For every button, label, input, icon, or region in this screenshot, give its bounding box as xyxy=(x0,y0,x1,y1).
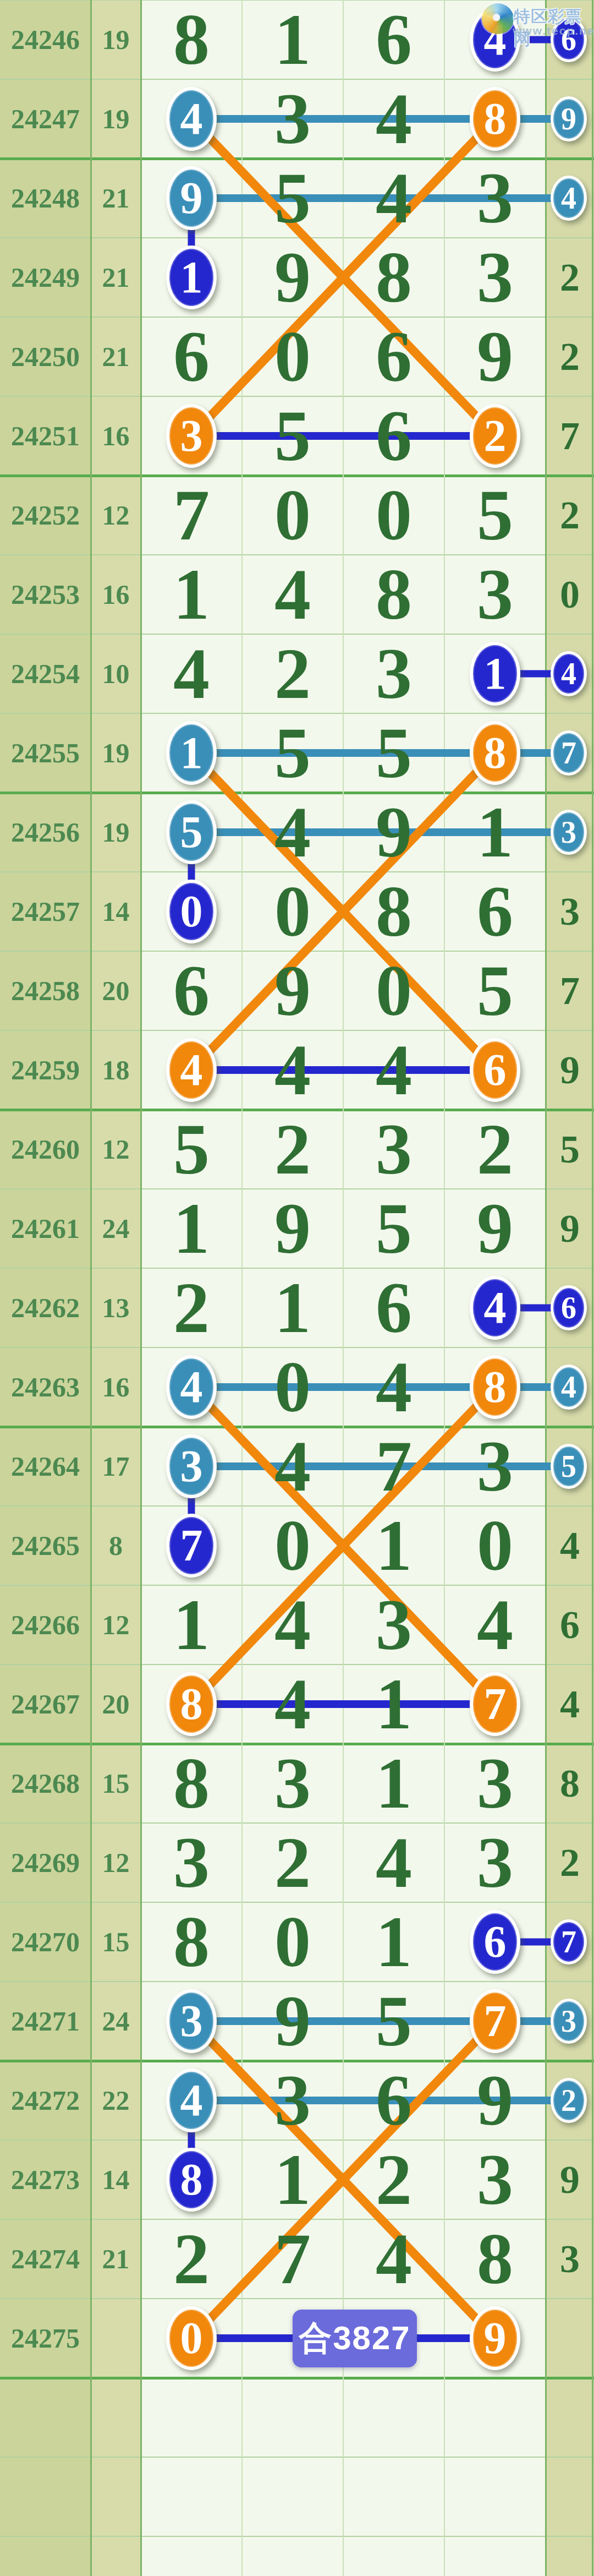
circled-digit-orange: 6 xyxy=(470,1038,520,1102)
digit-cell: 6 xyxy=(343,396,444,476)
digit-cell: 6 xyxy=(141,951,242,1030)
circled-digit-orange: 8 xyxy=(470,721,520,785)
circled-digit-orange: 0 xyxy=(166,2306,217,2370)
digit-cell: 1 xyxy=(343,1744,444,1823)
digit-cell: 4 xyxy=(242,1030,343,1110)
circled-extra-digit-teal: 4 xyxy=(551,176,587,221)
extra-cell: 9 xyxy=(546,1189,594,1268)
digit-cell: 2 xyxy=(141,2219,242,2299)
digit-cell: 4 xyxy=(242,1664,343,1744)
circled-extra-digit-teal: 3 xyxy=(551,1999,587,2044)
digit-cell: 5 xyxy=(242,159,343,238)
digit-cell: 5 xyxy=(242,396,343,476)
digit-cell: 4 xyxy=(343,159,444,238)
circled-digit-blue: 4 xyxy=(470,1276,520,1340)
extra-cell: 9 xyxy=(546,2140,594,2219)
circled-digit-orange: 9 xyxy=(470,2306,520,2370)
digit-cell: 9 xyxy=(242,1189,343,1268)
digit-cell: 4 xyxy=(343,2219,444,2299)
digit-cell: 9 xyxy=(242,951,343,1030)
extra-cell: 0 xyxy=(546,555,594,634)
digit-cell: 2 xyxy=(242,1823,343,1902)
circled-extra-digit-blue: 7 xyxy=(551,1919,587,1964)
circled-extra-digit-teal: 2 xyxy=(551,2078,587,2123)
circled-digit-orange: 8 xyxy=(470,1355,520,1419)
extra-cell: 2 xyxy=(546,317,594,396)
digit-cell: 5 xyxy=(343,1982,444,2061)
digit-cell: 1 xyxy=(343,1506,444,1585)
circled-digit-teal: 3 xyxy=(166,1989,217,2053)
circled-digit-teal: 4 xyxy=(166,2069,217,2132)
digit-cell: 5 xyxy=(141,1110,242,1189)
extra-cell: 9 xyxy=(546,1030,594,1110)
circled-digit-blue: 6 xyxy=(470,1910,520,1974)
digit-cell: 8 xyxy=(343,238,444,317)
digit-cell: 9 xyxy=(444,317,546,396)
digit-cell: 5 xyxy=(444,951,546,1030)
digit-cell: 2 xyxy=(242,1110,343,1189)
digit-cell: 3 xyxy=(444,1823,546,1902)
digit-cell: 0 xyxy=(343,951,444,1030)
site-logo-icon xyxy=(482,3,514,34)
circled-extra-digit-blue: 6 xyxy=(551,1285,587,1330)
digit-cell: 7 xyxy=(141,476,242,555)
extra-cell: 7 xyxy=(546,396,594,476)
digit-cell: 9 xyxy=(242,238,343,317)
digit-cell: 2 xyxy=(141,1268,242,1347)
circled-extra-digit-teal: 7 xyxy=(551,730,587,776)
digit-cell: 3 xyxy=(343,1585,444,1664)
circled-digit-teal: 9 xyxy=(166,166,217,230)
digit-cell: 0 xyxy=(242,476,343,555)
extra-cell: 3 xyxy=(546,872,594,951)
extra-cell: 4 xyxy=(546,1664,594,1744)
digit-cell: 4 xyxy=(242,555,343,634)
digit-cell: 0 xyxy=(242,317,343,396)
site-url: www.tecp.net xyxy=(513,24,594,37)
circled-digit-orange: 8 xyxy=(470,87,520,151)
digit-cell: 9 xyxy=(444,2061,546,2140)
digit-cell: 3 xyxy=(444,159,546,238)
circled-digit-blue: 1 xyxy=(470,642,520,706)
digit-cell: 6 xyxy=(343,317,444,396)
digit-cell: 8 xyxy=(141,1902,242,1982)
pending-sum-label: 合3827 xyxy=(293,2310,417,2367)
circled-extra-digit-blue: 4 xyxy=(551,651,587,696)
circled-digit-teal: 3 xyxy=(166,1434,217,1498)
digit-cell: 0 xyxy=(242,1902,343,1982)
digit-cell: 1 xyxy=(242,0,343,79)
digit-cell: 3 xyxy=(444,238,546,317)
circled-digit-teal: 1 xyxy=(166,721,217,785)
digit-cell: 5 xyxy=(343,713,444,793)
digit-cell: 0 xyxy=(242,1347,343,1427)
digit-cell: 4 xyxy=(343,1030,444,1110)
circled-extra-digit-teal: 3 xyxy=(551,810,587,855)
circled-digit-orange: 8 xyxy=(166,1672,217,1736)
digit-cell: 8 xyxy=(141,0,242,79)
digit-cell: 6 xyxy=(444,872,546,951)
digit-cell: 0 xyxy=(444,1506,546,1585)
circled-digit-teal: 4 xyxy=(166,1355,217,1419)
digit-cell: 1 xyxy=(141,1189,242,1268)
digit-cell: 3 xyxy=(141,1823,242,1902)
digit-cell: 0 xyxy=(242,1506,343,1585)
digit-cell: 7 xyxy=(343,1427,444,1506)
digit-cell: 3 xyxy=(343,1110,444,1189)
digit-cell: 3 xyxy=(242,79,343,159)
digit-cell: 0 xyxy=(242,872,343,951)
digit-cell: 6 xyxy=(343,0,444,79)
digit-cell: 3 xyxy=(343,634,444,713)
trend-chart-board: 特区彩票网 www.tecp.net 242461981646242471943… xyxy=(0,0,594,2576)
digit-cell: 1 xyxy=(242,1268,343,1347)
circled-digit-orange: 3 xyxy=(166,404,217,468)
circled-digit-teal: 5 xyxy=(166,800,217,864)
digit-cell: 4 xyxy=(242,1427,343,1506)
digit-cell: 3 xyxy=(444,555,546,634)
digit-cell: 8 xyxy=(444,2219,546,2299)
extra-cell: 7 xyxy=(546,951,594,1030)
extra-cell: 3 xyxy=(546,2219,594,2299)
digit-cell: 1 xyxy=(444,793,546,872)
circled-digit-teal: 4 xyxy=(166,87,217,151)
circled-digit-orange: 7 xyxy=(470,1989,520,2053)
digit-cell: 9 xyxy=(343,793,444,872)
digit-cell: 6 xyxy=(343,2061,444,2140)
digit-cell: 5 xyxy=(343,1189,444,1268)
digit-cell: 9 xyxy=(444,1189,546,1268)
digit-cell: 6 xyxy=(141,317,242,396)
digit-cell: 5 xyxy=(444,476,546,555)
digit-cell: 9 xyxy=(242,1982,343,2061)
digit-cell: 0 xyxy=(343,476,444,555)
circled-digit-orange: 7 xyxy=(470,1672,520,1736)
circled-digit-blue: 7 xyxy=(166,1514,217,1578)
circled-digit-blue: 0 xyxy=(166,880,217,943)
digit-cell: 2 xyxy=(343,2140,444,2219)
digit-cell: 3 xyxy=(242,1744,343,1823)
digit-cell: 3 xyxy=(444,1744,546,1823)
extra-cell: 2 xyxy=(546,1823,594,1902)
digit-cell: 4 xyxy=(242,1585,343,1664)
digit-cell: 3 xyxy=(242,2061,343,2140)
digit-cell: 2 xyxy=(444,1110,546,1189)
extra-cell: 4 xyxy=(546,1506,594,1585)
digit-cell: 8 xyxy=(343,872,444,951)
extra-cell: 6 xyxy=(546,1585,594,1664)
circled-digit-orange: 2 xyxy=(470,404,520,468)
circled-digit-blue: 1 xyxy=(166,245,217,309)
digit-cell: 1 xyxy=(343,1902,444,1982)
circled-extra-digit-teal: 5 xyxy=(551,1444,587,1489)
digit-cell: 1 xyxy=(141,555,242,634)
extra-cell: 2 xyxy=(546,238,594,317)
circled-digit-orange: 4 xyxy=(166,1038,217,1102)
digit-cell: 4 xyxy=(343,1347,444,1427)
site-watermark: 特区彩票网 www.tecp.net xyxy=(479,1,594,40)
digit-cell: 4 xyxy=(444,1585,546,1664)
digit-cell: 3 xyxy=(444,1427,546,1506)
digit-cell: 2 xyxy=(242,634,343,713)
circled-digit-blue: 8 xyxy=(166,2148,217,2212)
extra-cell: 8 xyxy=(546,1744,594,1823)
digit-cell: 6 xyxy=(343,1268,444,1347)
digit-cell: 1 xyxy=(343,1664,444,1744)
digit-cell: 4 xyxy=(242,793,343,872)
digit-cell: 1 xyxy=(141,1585,242,1664)
extra-cell: 2 xyxy=(546,476,594,555)
digit-cell: 4 xyxy=(343,79,444,159)
digit-cell: 5 xyxy=(242,713,343,793)
digit-cell: 8 xyxy=(141,1744,242,1823)
extra-cell: 5 xyxy=(546,1110,594,1189)
digit-cell: 4 xyxy=(343,1823,444,1902)
digit-cell: 1 xyxy=(242,2140,343,2219)
circled-extra-digit-teal: 9 xyxy=(551,96,587,141)
digit-cell: 3 xyxy=(444,2140,546,2219)
digit-cell: 8 xyxy=(343,555,444,634)
digit-cell: 4 xyxy=(141,634,242,713)
digit-cell: 7 xyxy=(242,2219,343,2299)
circled-extra-digit-teal: 4 xyxy=(551,1365,587,1410)
